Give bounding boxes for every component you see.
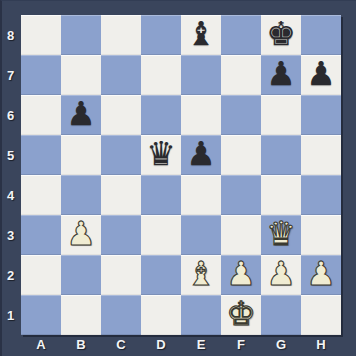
square-a4[interactable] (21, 175, 61, 215)
rank-label-7: 7 (2, 55, 21, 95)
square-d3[interactable] (141, 215, 181, 255)
rank-label-6: 6 (2, 95, 21, 135)
square-e5[interactable]: ♟ (181, 135, 221, 175)
square-e3[interactable] (181, 215, 221, 255)
square-e1[interactable] (181, 295, 221, 335)
square-e4[interactable] (181, 175, 221, 215)
square-d6[interactable] (141, 95, 181, 135)
rank-labels: 87654321 (2, 15, 21, 335)
black-pawn-b6[interactable]: ♟ (66, 94, 96, 134)
square-b6[interactable]: ♟ (61, 95, 101, 135)
file-labels: ABCDEFGH (21, 335, 341, 356)
square-g1[interactable] (261, 295, 301, 335)
chess-diagram: 87654321 ♝♚♟♟♟♛♟♟♛♝♟♟♟♚ ABCDEFGH (0, 0, 356, 356)
square-c7[interactable] (101, 55, 141, 95)
square-e2[interactable]: ♝ (181, 255, 221, 295)
square-h6[interactable] (301, 95, 341, 135)
square-h1[interactable] (301, 295, 341, 335)
white-pawn-b3[interactable]: ♟ (66, 214, 96, 254)
white-queen-g3[interactable]: ♛ (266, 214, 296, 254)
square-f5[interactable] (221, 135, 261, 175)
rank-label-1: 1 (2, 295, 21, 335)
square-h8[interactable] (301, 15, 341, 55)
white-pawn-f2[interactable]: ♟ (226, 254, 256, 294)
square-d4[interactable] (141, 175, 181, 215)
black-bishop-e8[interactable]: ♝ (186, 14, 216, 54)
square-e6[interactable] (181, 95, 221, 135)
square-c2[interactable] (101, 255, 141, 295)
square-f4[interactable] (221, 175, 261, 215)
file-label-d: D (141, 335, 181, 356)
square-b1[interactable] (61, 295, 101, 335)
file-label-f: F (221, 335, 261, 356)
square-d7[interactable] (141, 55, 181, 95)
square-g8[interactable]: ♚ (261, 15, 301, 55)
square-c4[interactable] (101, 175, 141, 215)
square-e7[interactable] (181, 55, 221, 95)
square-h5[interactable] (301, 135, 341, 175)
black-pawn-e5[interactable]: ♟ (186, 134, 216, 174)
black-king-g8[interactable]: ♚ (266, 14, 296, 54)
square-d2[interactable] (141, 255, 181, 295)
square-h7[interactable]: ♟ (301, 55, 341, 95)
square-f1[interactable]: ♚ (221, 295, 261, 335)
square-f8[interactable] (221, 15, 261, 55)
square-f7[interactable] (221, 55, 261, 95)
square-a8[interactable] (21, 15, 61, 55)
square-b5[interactable] (61, 135, 101, 175)
square-b8[interactable] (61, 15, 101, 55)
square-c5[interactable] (101, 135, 141, 175)
black-pawn-g7[interactable]: ♟ (266, 54, 296, 94)
square-d5[interactable]: ♛ (141, 135, 181, 175)
square-b3[interactable]: ♟ (61, 215, 101, 255)
square-e8[interactable]: ♝ (181, 15, 221, 55)
square-c6[interactable] (101, 95, 141, 135)
square-g4[interactable] (261, 175, 301, 215)
file-label-a: A (21, 335, 61, 356)
rank-label-2: 2 (2, 255, 21, 295)
rank-label-5: 5 (2, 135, 21, 175)
rank-label-4: 4 (2, 175, 21, 215)
square-h4[interactable] (301, 175, 341, 215)
square-a3[interactable] (21, 215, 61, 255)
square-h2[interactable]: ♟ (301, 255, 341, 295)
square-f2[interactable]: ♟ (221, 255, 261, 295)
white-bishop-e2[interactable]: ♝ (186, 254, 216, 294)
square-a2[interactable] (21, 255, 61, 295)
square-a5[interactable] (21, 135, 61, 175)
square-b4[interactable] (61, 175, 101, 215)
file-label-b: B (61, 335, 101, 356)
square-c3[interactable] (101, 215, 141, 255)
square-a6[interactable] (21, 95, 61, 135)
square-b2[interactable] (61, 255, 101, 295)
square-a1[interactable] (21, 295, 61, 335)
square-g7[interactable]: ♟ (261, 55, 301, 95)
square-a7[interactable] (21, 55, 61, 95)
square-h3[interactable] (301, 215, 341, 255)
square-g2[interactable]: ♟ (261, 255, 301, 295)
square-c1[interactable] (101, 295, 141, 335)
file-label-e: E (181, 335, 221, 356)
square-g5[interactable] (261, 135, 301, 175)
rank-label-3: 3 (2, 215, 21, 255)
white-king-f1[interactable]: ♚ (226, 294, 256, 334)
square-g6[interactable] (261, 95, 301, 135)
square-f6[interactable] (221, 95, 261, 135)
black-pawn-h7[interactable]: ♟ (306, 54, 336, 94)
white-pawn-h2[interactable]: ♟ (306, 254, 336, 294)
file-label-c: C (101, 335, 141, 356)
square-d8[interactable] (141, 15, 181, 55)
square-g3[interactable]: ♛ (261, 215, 301, 255)
file-label-g: G (261, 335, 301, 356)
black-queen-d5[interactable]: ♛ (146, 134, 176, 174)
square-f3[interactable] (221, 215, 261, 255)
chess-board: ♝♚♟♟♟♛♟♟♛♝♟♟♟♚ (21, 15, 341, 335)
square-c8[interactable] (101, 15, 141, 55)
white-pawn-g2[interactable]: ♟ (266, 254, 296, 294)
file-label-h: H (301, 335, 341, 356)
rank-label-8: 8 (2, 15, 21, 55)
square-d1[interactable] (141, 295, 181, 335)
square-b7[interactable] (61, 55, 101, 95)
